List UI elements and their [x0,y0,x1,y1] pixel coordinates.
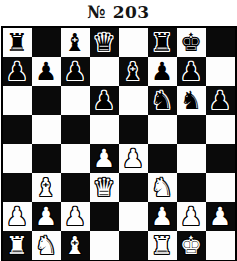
square-a6[interactable] [3,86,32,115]
square-d6[interactable]: ♟ [90,86,119,115]
square-f6[interactable]: ♞ [148,86,177,115]
piece-white-pawn: ♟ [209,204,231,229]
piece-white-rook: ♜ [151,233,173,258]
piece-black-pawn: ♟ [64,59,86,84]
piece-black-pawn: ♟ [180,59,202,84]
square-b3[interactable]: ♝ [32,173,61,202]
square-f7[interactable]: ♟ [148,57,177,86]
square-e3[interactable] [119,173,148,202]
square-h4[interactable] [206,144,235,173]
square-d8[interactable]: ♛ [90,28,119,57]
square-f2[interactable]: ♟ [148,202,177,231]
square-h2[interactable]: ♟ [206,202,235,231]
piece-white-pawn: ♟ [180,204,202,229]
square-c2[interactable]: ♟ [61,202,90,231]
piece-black-rook: ♜ [151,30,173,55]
piece-black-king: ♚ [180,30,202,55]
piece-black-bishop: ♝ [122,59,144,84]
square-f4[interactable] [148,144,177,173]
piece-black-pawn: ♟ [6,59,28,84]
square-c7[interactable]: ♟ [61,57,90,86]
piece-white-pawn: ♟ [122,146,144,171]
square-g4[interactable] [177,144,206,173]
square-a1[interactable]: ♜ [3,231,32,260]
piece-white-pawn: ♟ [93,146,115,171]
piece-white-knight: ♞ [151,175,173,200]
square-h3[interactable] [206,173,235,202]
piece-black-queen: ♛ [93,30,115,55]
square-f1[interactable]: ♜ [148,231,177,260]
piece-black-knight: ♞ [180,88,202,113]
square-b8[interactable] [32,28,61,57]
square-d2[interactable] [90,202,119,231]
square-b1[interactable]: ♞ [32,231,61,260]
square-h8[interactable] [206,28,235,57]
square-d7[interactable] [90,57,119,86]
square-g3[interactable] [177,173,206,202]
square-b7[interactable]: ♟ [32,57,61,86]
square-a7[interactable]: ♟ [3,57,32,86]
piece-white-rook: ♜ [6,233,28,258]
square-a2[interactable]: ♟ [3,202,32,231]
square-h1[interactable] [206,231,235,260]
square-h6[interactable]: ♟ [206,86,235,115]
square-a5[interactable] [3,115,32,144]
piece-white-bishop: ♝ [35,175,57,200]
square-c1[interactable]: ♝ [61,231,90,260]
square-f8[interactable]: ♜ [148,28,177,57]
piece-white-king: ♚ [180,233,202,258]
square-e2[interactable] [119,202,148,231]
square-b5[interactable] [32,115,61,144]
square-e7[interactable]: ♝ [119,57,148,86]
square-a8[interactable]: ♜ [3,28,32,57]
piece-white-pawn: ♟ [35,204,57,229]
square-e6[interactable] [119,86,148,115]
piece-black-bishop: ♝ [64,30,86,55]
square-g8[interactable]: ♚ [177,28,206,57]
diagram-number-title: № 203 [0,0,237,26]
piece-black-pawn: ♟ [35,59,57,84]
square-e5[interactable] [119,115,148,144]
square-g6[interactable]: ♞ [177,86,206,115]
square-c8[interactable]: ♝ [61,28,90,57]
piece-white-pawn: ♟ [64,204,86,229]
piece-white-knight: ♞ [35,233,57,258]
square-h5[interactable] [206,115,235,144]
piece-black-pawn: ♟ [209,88,231,113]
square-g1[interactable]: ♚ [177,231,206,260]
piece-white-pawn: ♟ [151,204,173,229]
square-a4[interactable] [3,144,32,173]
square-g2[interactable]: ♟ [177,202,206,231]
square-g7[interactable]: ♟ [177,57,206,86]
square-g5[interactable] [177,115,206,144]
square-c3[interactable] [61,173,90,202]
piece-white-queen: ♛ [93,175,115,200]
chess-board: ♜♝♛♜♚♟♟♟♝♟♟♟♞♞♟♟♟♝♛♞♟♟♟♟♟♟♜♞♝♜♚ [1,26,237,261]
square-b4[interactable] [32,144,61,173]
square-h7[interactable] [206,57,235,86]
piece-black-knight: ♞ [151,88,173,113]
square-d5[interactable] [90,115,119,144]
piece-black-rook: ♜ [6,30,28,55]
square-e8[interactable] [119,28,148,57]
square-d4[interactable]: ♟ [90,144,119,173]
square-e1[interactable] [119,231,148,260]
square-e4[interactable]: ♟ [119,144,148,173]
square-d3[interactable]: ♛ [90,173,119,202]
piece-black-pawn: ♟ [93,88,115,113]
piece-white-bishop: ♝ [64,233,86,258]
piece-white-pawn: ♟ [6,204,28,229]
square-f3[interactable]: ♞ [148,173,177,202]
square-c6[interactable] [61,86,90,115]
square-b6[interactable] [32,86,61,115]
square-f5[interactable] [148,115,177,144]
piece-black-pawn: ♟ [151,59,173,84]
square-c4[interactable] [61,144,90,173]
square-c5[interactable] [61,115,90,144]
square-b2[interactable]: ♟ [32,202,61,231]
square-a3[interactable] [3,173,32,202]
square-d1[interactable] [90,231,119,260]
